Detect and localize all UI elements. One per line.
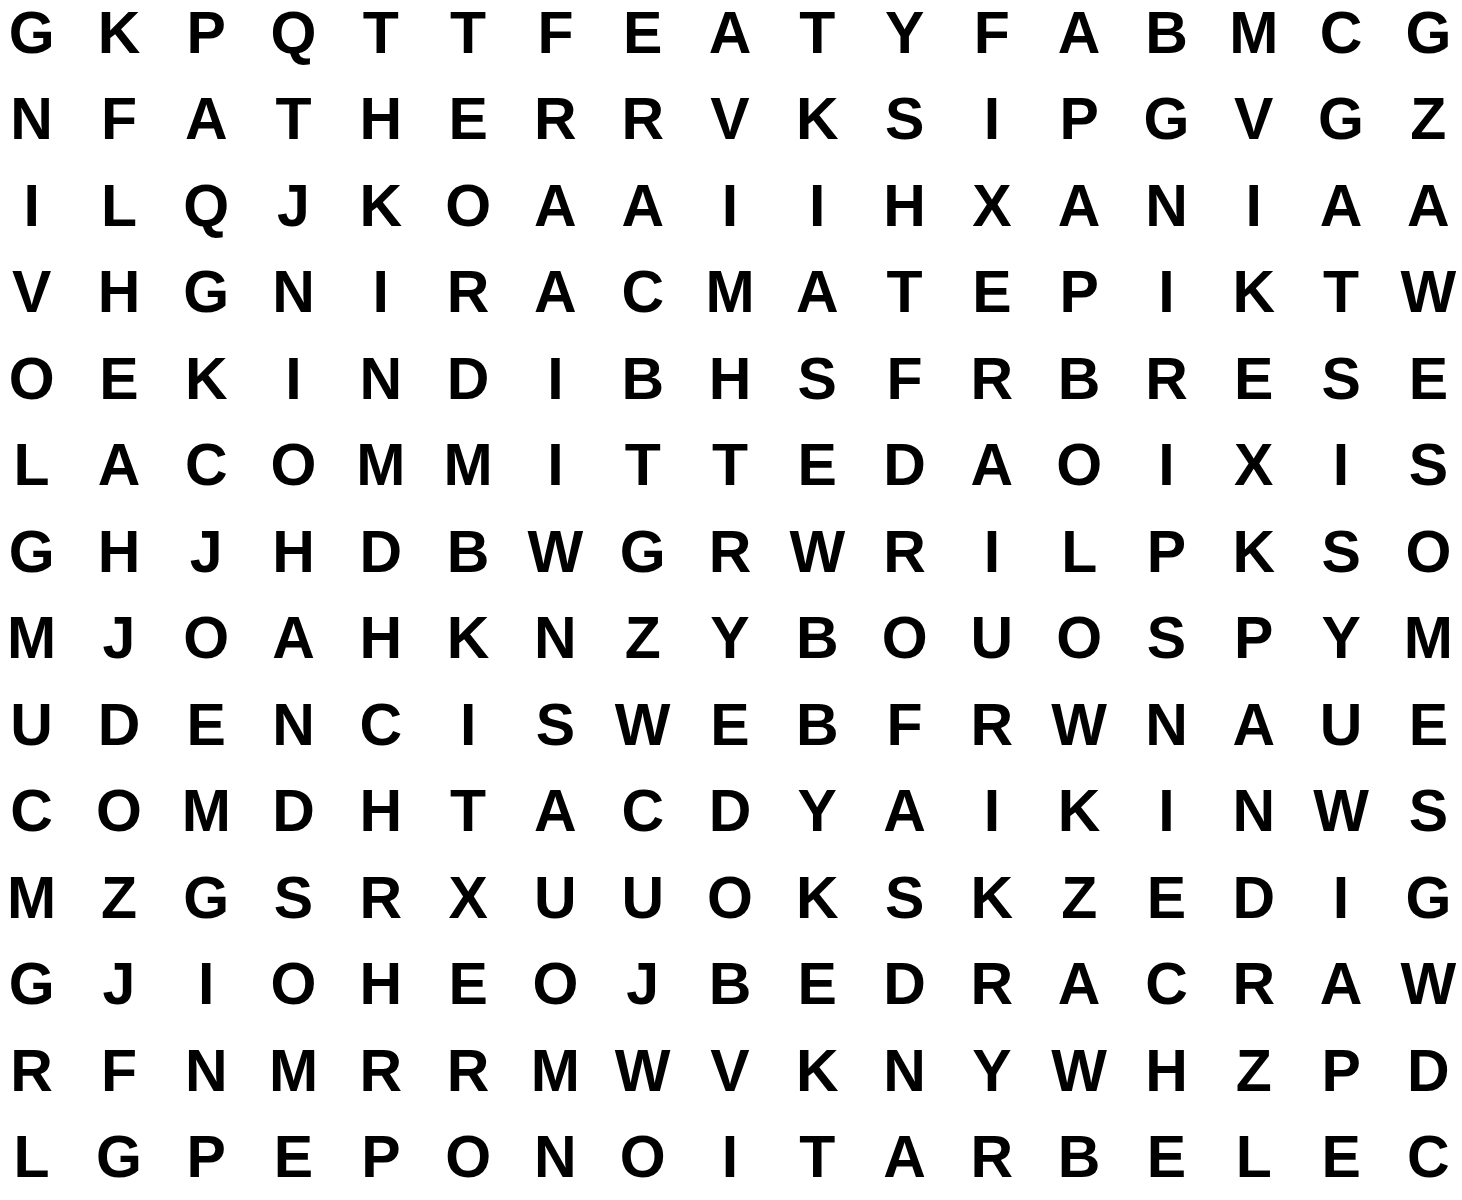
grid-cell-r14c13[interactable]: B — [1036, 1115, 1123, 1200]
grid-cell-r14c9[interactable]: I — [686, 1115, 773, 1200]
grid-cell-r4c10[interactable]: A — [774, 250, 861, 337]
grid-cell-r6c6[interactable]: M — [424, 423, 511, 510]
grid-cell-r13c8[interactable]: W — [599, 1028, 686, 1115]
grid-cell-r5c8[interactable]: B — [599, 336, 686, 423]
grid-cell-r10c17[interactable]: S — [1385, 769, 1462, 856]
grid-cell-r14c7[interactable]: N — [512, 1115, 599, 1200]
grid-cell-r6c14[interactable]: I — [1123, 423, 1210, 510]
grid-cell-r7c13[interactable]: L — [1036, 509, 1123, 596]
grid-cell-r9c16[interactable]: U — [1297, 682, 1384, 769]
grid-cell-r2c15[interactable]: V — [1210, 77, 1297, 164]
grid-cell-r1c4[interactable]: Q — [250, 0, 337, 77]
grid-cell-r9c9[interactable]: E — [686, 682, 773, 769]
grid-cell-r9c12[interactable]: R — [948, 682, 1035, 769]
grid-cell-r10c11[interactable]: A — [861, 769, 948, 856]
grid-cell-r1c8[interactable]: E — [599, 0, 686, 77]
grid-cell-r13c14[interactable]: H — [1123, 1028, 1210, 1115]
grid-cell-r5c13[interactable]: B — [1036, 336, 1123, 423]
grid-cell-r6c1[interactable]: L — [0, 423, 75, 510]
grid-cell-r3c8[interactable]: A — [599, 163, 686, 250]
grid-cell-r6c9[interactable]: T — [686, 423, 773, 510]
grid-cell-r11c6[interactable]: X — [424, 855, 511, 942]
grid-cell-r12c4[interactable]: O — [250, 942, 337, 1029]
grid-cell-r3c15[interactable]: I — [1210, 163, 1297, 250]
grid-cell-r4c9[interactable]: M — [686, 250, 773, 337]
grid-cell-r11c3[interactable]: G — [163, 855, 250, 942]
grid-cell-r14c5[interactable]: P — [337, 1115, 424, 1200]
grid-cell-r7c7[interactable]: W — [512, 509, 599, 596]
grid-cell-r3c4[interactable]: J — [250, 163, 337, 250]
grid-cell-r9c7[interactable]: S — [512, 682, 599, 769]
grid-cell-r2c8[interactable]: R — [599, 77, 686, 164]
grid-cell-r1c11[interactable]: Y — [861, 0, 948, 77]
grid-cell-r8c3[interactable]: O — [163, 596, 250, 683]
grid-cell-r14c10[interactable]: T — [774, 1115, 861, 1200]
grid-cell-r3c6[interactable]: O — [424, 163, 511, 250]
grid-cell-r8c1[interactable]: M — [0, 596, 75, 683]
grid-cell-r10c12[interactable]: I — [948, 769, 1035, 856]
grid-cell-r5c1[interactable]: O — [0, 336, 75, 423]
grid-cell-r6c7[interactable]: I — [512, 423, 599, 510]
grid-cell-r10c2[interactable]: O — [75, 769, 162, 856]
grid-cell-r3c3[interactable]: Q — [163, 163, 250, 250]
grid-cell-r4c2[interactable]: H — [75, 250, 162, 337]
grid-cell-r9c14[interactable]: N — [1123, 682, 1210, 769]
grid-cell-r10c4[interactable]: D — [250, 769, 337, 856]
grid-cell-r2c9[interactable]: V — [686, 77, 773, 164]
grid-cell-r12c10[interactable]: E — [774, 942, 861, 1029]
grid-cell-r3c5[interactable]: K — [337, 163, 424, 250]
grid-cell-r11c1[interactable]: M — [0, 855, 75, 942]
grid-cell-r3c11[interactable]: H — [861, 163, 948, 250]
grid-cell-r8c13[interactable]: O — [1036, 596, 1123, 683]
grid-cell-r13c6[interactable]: R — [424, 1028, 511, 1115]
grid-cell-r11c13[interactable]: Z — [1036, 855, 1123, 942]
grid-cell-r14c1[interactable]: L — [0, 1115, 75, 1200]
grid-cell-r7c15[interactable]: K — [1210, 509, 1297, 596]
grid-cell-r12c8[interactable]: J — [599, 942, 686, 1029]
grid-cell-r13c11[interactable]: N — [861, 1028, 948, 1115]
grid-cell-r8c2[interactable]: J — [75, 596, 162, 683]
grid-cell-r10c15[interactable]: N — [1210, 769, 1297, 856]
grid-cell-r12c12[interactable]: R — [948, 942, 1035, 1029]
grid-cell-r4c3[interactable]: G — [163, 250, 250, 337]
grid-cell-r7c17[interactable]: O — [1385, 509, 1462, 596]
grid-cell-r2c2[interactable]: F — [75, 77, 162, 164]
grid-cell-r13c4[interactable]: M — [250, 1028, 337, 1115]
grid-cell-r1c9[interactable]: A — [686, 0, 773, 77]
grid-cell-r14c17[interactable]: C — [1385, 1115, 1462, 1200]
grid-cell-r11c12[interactable]: K — [948, 855, 1035, 942]
grid-cell-r12c7[interactable]: O — [512, 942, 599, 1029]
grid-cell-r7c9[interactable]: R — [686, 509, 773, 596]
grid-cell-r6c4[interactable]: O — [250, 423, 337, 510]
grid-cell-r14c14[interactable]: E — [1123, 1115, 1210, 1200]
grid-cell-r11c2[interactable]: Z — [75, 855, 162, 942]
grid-cell-r9c1[interactable]: U — [0, 682, 75, 769]
grid-cell-r3c16[interactable]: A — [1297, 163, 1384, 250]
grid-cell-r9c4[interactable]: N — [250, 682, 337, 769]
grid-cell-r7c11[interactable]: R — [861, 509, 948, 596]
grid-cell-r4c12[interactable]: E — [948, 250, 1035, 337]
grid-cell-r12c2[interactable]: J — [75, 942, 162, 1029]
grid-cell-r14c12[interactable]: R — [948, 1115, 1035, 1200]
grid-cell-r9c3[interactable]: E — [163, 682, 250, 769]
grid-cell-r8c8[interactable]: Z — [599, 596, 686, 683]
grid-cell-r8c7[interactable]: N — [512, 596, 599, 683]
grid-cell-r5c9[interactable]: H — [686, 336, 773, 423]
grid-cell-r14c3[interactable]: P — [163, 1115, 250, 1200]
grid-cell-r13c17[interactable]: D — [1385, 1028, 1462, 1115]
grid-cell-r3c13[interactable]: A — [1036, 163, 1123, 250]
grid-cell-r6c17[interactable]: S — [1385, 423, 1462, 510]
grid-cell-r10c16[interactable]: W — [1297, 769, 1384, 856]
grid-cell-r13c2[interactable]: F — [75, 1028, 162, 1115]
grid-cell-r5c10[interactable]: S — [774, 336, 861, 423]
grid-cell-r1c16[interactable]: C — [1297, 0, 1384, 77]
grid-cell-r13c1[interactable]: R — [0, 1028, 75, 1115]
grid-cell-r8c16[interactable]: Y — [1297, 596, 1384, 683]
grid-cell-r10c14[interactable]: I — [1123, 769, 1210, 856]
grid-cell-r13c10[interactable]: K — [774, 1028, 861, 1115]
grid-cell-r11c15[interactable]: D — [1210, 855, 1297, 942]
grid-cell-r3c14[interactable]: N — [1123, 163, 1210, 250]
grid-cell-r5c11[interactable]: F — [861, 336, 948, 423]
grid-cell-r13c16[interactable]: P — [1297, 1028, 1384, 1115]
grid-cell-r7c12[interactable]: I — [948, 509, 1035, 596]
grid-cell-r12c11[interactable]: D — [861, 942, 948, 1029]
grid-cell-r8c12[interactable]: U — [948, 596, 1035, 683]
grid-cell-r8c5[interactable]: H — [337, 596, 424, 683]
grid-cell-r4c8[interactable]: C — [599, 250, 686, 337]
grid-cell-r8c6[interactable]: K — [424, 596, 511, 683]
grid-cell-r14c15[interactable]: L — [1210, 1115, 1297, 1200]
grid-cell-r13c9[interactable]: V — [686, 1028, 773, 1115]
grid-cell-r4c14[interactable]: I — [1123, 250, 1210, 337]
grid-cell-r9c5[interactable]: C — [337, 682, 424, 769]
grid-cell-r9c15[interactable]: A — [1210, 682, 1297, 769]
grid-cell-r5c3[interactable]: K — [163, 336, 250, 423]
grid-cell-r1c5[interactable]: T — [337, 0, 424, 77]
grid-cell-r6c13[interactable]: O — [1036, 423, 1123, 510]
grid-cell-r6c2[interactable]: A — [75, 423, 162, 510]
grid-cell-r6c15[interactable]: X — [1210, 423, 1297, 510]
grid-cell-r5c7[interactable]: I — [512, 336, 599, 423]
grid-cell-r11c14[interactable]: E — [1123, 855, 1210, 942]
grid-cell-r12c3[interactable]: I — [163, 942, 250, 1029]
grid-cell-r2c7[interactable]: R — [512, 77, 599, 164]
grid-cell-r5c5[interactable]: N — [337, 336, 424, 423]
grid-cell-r11c7[interactable]: U — [512, 855, 599, 942]
grid-cell-r12c9[interactable]: B — [686, 942, 773, 1029]
grid-cell-r14c4[interactable]: E — [250, 1115, 337, 1200]
grid-cell-r9c6[interactable]: I — [424, 682, 511, 769]
grid-cell-r6c10[interactable]: E — [774, 423, 861, 510]
grid-cell-r4c17[interactable]: W — [1385, 250, 1462, 337]
grid-cell-r10c8[interactable]: C — [599, 769, 686, 856]
grid-cell-r5c6[interactable]: D — [424, 336, 511, 423]
grid-cell-r2c6[interactable]: E — [424, 77, 511, 164]
grid-cell-r2c16[interactable]: G — [1297, 77, 1384, 164]
grid-cell-r4c4[interactable]: N — [250, 250, 337, 337]
grid-cell-r2c11[interactable]: S — [861, 77, 948, 164]
grid-cell-r14c11[interactable]: A — [861, 1115, 948, 1200]
grid-cell-r2c17[interactable]: Z — [1385, 77, 1462, 164]
grid-cell-r6c12[interactable]: A — [948, 423, 1035, 510]
grid-cell-r11c10[interactable]: K — [774, 855, 861, 942]
grid-cell-r3c9[interactable]: I — [686, 163, 773, 250]
grid-cell-r2c4[interactable]: T — [250, 77, 337, 164]
grid-cell-r11c17[interactable]: G — [1385, 855, 1462, 942]
grid-cell-r9c17[interactable]: E — [1385, 682, 1462, 769]
grid-cell-r1c14[interactable]: B — [1123, 0, 1210, 77]
grid-cell-r10c13[interactable]: K — [1036, 769, 1123, 856]
grid-cell-r11c9[interactable]: O — [686, 855, 773, 942]
grid-cell-r7c8[interactable]: G — [599, 509, 686, 596]
grid-cell-r1c13[interactable]: A — [1036, 0, 1123, 77]
grid-cell-r5c2[interactable]: E — [75, 336, 162, 423]
grid-cell-r4c1[interactable]: V — [0, 250, 75, 337]
grid-cell-r3c2[interactable]: L — [75, 163, 162, 250]
grid-cell-r6c5[interactable]: M — [337, 423, 424, 510]
grid-cell-r12c5[interactable]: H — [337, 942, 424, 1029]
grid-cell-r1c12[interactable]: F — [948, 0, 1035, 77]
grid-cell-r3c1[interactable]: I — [0, 163, 75, 250]
grid-cell-r9c10[interactable]: B — [774, 682, 861, 769]
grid-cell-r5c17[interactable]: E — [1385, 336, 1462, 423]
grid-cell-r1c3[interactable]: P — [163, 0, 250, 77]
grid-cell-r9c11[interactable]: F — [861, 682, 948, 769]
grid-cell-r2c13[interactable]: P — [1036, 77, 1123, 164]
grid-cell-r8c14[interactable]: S — [1123, 596, 1210, 683]
grid-cell-r2c10[interactable]: K — [774, 77, 861, 164]
grid-cell-r10c6[interactable]: T — [424, 769, 511, 856]
grid-cell-r5c15[interactable]: E — [1210, 336, 1297, 423]
grid-cell-r9c8[interactable]: W — [599, 682, 686, 769]
grid-cell-r6c11[interactable]: D — [861, 423, 948, 510]
grid-cell-r6c3[interactable]: C — [163, 423, 250, 510]
grid-cell-r7c5[interactable]: D — [337, 509, 424, 596]
grid-cell-r3c12[interactable]: X — [948, 163, 1035, 250]
grid-cell-r4c7[interactable]: A — [512, 250, 599, 337]
grid-cell-r4c5[interactable]: I — [337, 250, 424, 337]
grid-cell-r5c12[interactable]: R — [948, 336, 1035, 423]
grid-cell-r7c3[interactable]: J — [163, 509, 250, 596]
grid-cell-r2c5[interactable]: H — [337, 77, 424, 164]
grid-cell-r12c17[interactable]: W — [1385, 942, 1462, 1029]
grid-cell-r13c12[interactable]: Y — [948, 1028, 1035, 1115]
grid-cell-r11c8[interactable]: U — [599, 855, 686, 942]
grid-cell-r14c16[interactable]: E — [1297, 1115, 1384, 1200]
grid-cell-r1c17[interactable]: G — [1385, 0, 1462, 77]
grid-cell-r13c15[interactable]: Z — [1210, 1028, 1297, 1115]
grid-cell-r1c1[interactable]: G — [0, 0, 75, 77]
grid-cell-r14c6[interactable]: O — [424, 1115, 511, 1200]
grid-cell-r13c7[interactable]: M — [512, 1028, 599, 1115]
word-search-grid: GKPQTTFEATYFABMCGNFATHERRVKSIPGVGZILQJKO… — [0, 0, 1462, 1200]
grid-cell-r8c10[interactable]: B — [774, 596, 861, 683]
grid-cell-r6c8[interactable]: T — [599, 423, 686, 510]
grid-cell-r13c3[interactable]: N — [163, 1028, 250, 1115]
grid-cell-r5c14[interactable]: R — [1123, 336, 1210, 423]
grid-cell-r7c1[interactable]: G — [0, 509, 75, 596]
grid-cell-r11c4[interactable]: S — [250, 855, 337, 942]
grid-cell-r12c6[interactable]: E — [424, 942, 511, 1029]
grid-cell-r7c2[interactable]: H — [75, 509, 162, 596]
grid-cell-r14c8[interactable]: O — [599, 1115, 686, 1200]
grid-cell-r7c14[interactable]: P — [1123, 509, 1210, 596]
grid-cell-r10c7[interactable]: A — [512, 769, 599, 856]
grid-cell-r4c15[interactable]: K — [1210, 250, 1297, 337]
grid-cell-r1c2[interactable]: K — [75, 0, 162, 77]
grid-cell-r12c13[interactable]: A — [1036, 942, 1123, 1029]
grid-cell-r8c9[interactable]: Y — [686, 596, 773, 683]
grid-cell-r2c3[interactable]: A — [163, 77, 250, 164]
grid-cell-r13c5[interactable]: R — [337, 1028, 424, 1115]
grid-cell-r7c6[interactable]: B — [424, 509, 511, 596]
grid-cell-r11c5[interactable]: R — [337, 855, 424, 942]
grid-cell-r4c11[interactable]: T — [861, 250, 948, 337]
grid-cell-r12c15[interactable]: R — [1210, 942, 1297, 1029]
grid-cell-r6c16[interactable]: I — [1297, 423, 1384, 510]
grid-cell-r11c11[interactable]: S — [861, 855, 948, 942]
grid-cell-r9c13[interactable]: W — [1036, 682, 1123, 769]
grid-cell-r14c2[interactable]: G — [75, 1115, 162, 1200]
grid-cell-r1c7[interactable]: F — [512, 0, 599, 77]
grid-cell-r1c6[interactable]: T — [424, 0, 511, 77]
grid-cell-r7c4[interactable]: H — [250, 509, 337, 596]
grid-cell-r1c10[interactable]: T — [774, 0, 861, 77]
grid-cell-r12c1[interactable]: G — [0, 942, 75, 1029]
grid-cell-r4c16[interactable]: T — [1297, 250, 1384, 337]
grid-cell-r12c16[interactable]: A — [1297, 942, 1384, 1029]
grid-cell-r9c2[interactable]: D — [75, 682, 162, 769]
grid-cell-r8c4[interactable]: A — [250, 596, 337, 683]
grid-cell-r11c16[interactable]: I — [1297, 855, 1384, 942]
grid-cell-r10c10[interactable]: Y — [774, 769, 861, 856]
grid-cell-r7c16[interactable]: S — [1297, 509, 1384, 596]
grid-cell-r4c13[interactable]: P — [1036, 250, 1123, 337]
grid-cell-r1c15[interactable]: M — [1210, 0, 1297, 77]
grid-cell-r2c14[interactable]: G — [1123, 77, 1210, 164]
grid-cell-r4c6[interactable]: R — [424, 250, 511, 337]
grid-cell-r5c16[interactable]: S — [1297, 336, 1384, 423]
grid-cell-r2c12[interactable]: I — [948, 77, 1035, 164]
grid-cell-r13c13[interactable]: W — [1036, 1028, 1123, 1115]
grid-cell-r7c10[interactable]: W — [774, 509, 861, 596]
grid-cell-r10c1[interactable]: C — [0, 769, 75, 856]
grid-cell-r12c14[interactable]: C — [1123, 942, 1210, 1029]
grid-cell-r5c4[interactable]: I — [250, 336, 337, 423]
grid-cell-r10c5[interactable]: H — [337, 769, 424, 856]
grid-cell-r8c17[interactable]: M — [1385, 596, 1462, 683]
grid-cell-r10c9[interactable]: D — [686, 769, 773, 856]
grid-cell-r3c10[interactable]: I — [774, 163, 861, 250]
grid-cell-r3c17[interactable]: A — [1385, 163, 1462, 250]
grid-cell-r3c7[interactable]: A — [512, 163, 599, 250]
grid-cell-r8c11[interactable]: O — [861, 596, 948, 683]
grid-cell-r2c1[interactable]: N — [0, 77, 75, 164]
grid-cell-r8c15[interactable]: P — [1210, 596, 1297, 683]
grid-cell-r10c3[interactable]: M — [163, 769, 250, 856]
